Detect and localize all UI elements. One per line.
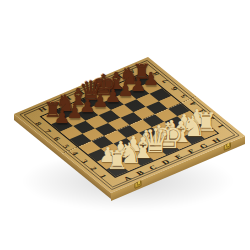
rank-label-5: 5 [61,144,71,149]
file-label-far-f: F [62,95,73,102]
file-label-h: H [211,137,223,145]
chess-set-photo: AABBCCDDEEFFGGHH1122334455667788 ♜♞♟♝♟♚♟… [0,0,250,250]
file-label-far-b: B [113,73,125,80]
rank-label-3: 3 [79,159,89,164]
rank-label-h-side-8: 8 [151,71,161,76]
file-label-a: A [122,175,133,182]
file-label-far-c: C [100,79,111,86]
file-label-d: D [160,159,172,166]
rank-label-8: 8 [33,121,43,126]
file-label-far-g: G [49,100,61,107]
rank-label-h-side-1: 1 [216,123,226,128]
rank-label-h-side-6: 6 [170,86,180,91]
rank-label-h-side-5: 5 [179,93,189,98]
file-label-far-e: E [75,89,86,96]
file-label-e: E [173,154,184,161]
file-label-far-h: H [36,105,48,113]
rank-label-7: 7 [43,129,53,134]
rank-label-h-side-7: 7 [160,78,170,83]
rank-label-h-side-2: 2 [206,116,216,121]
rank-label-h-side-3: 3 [197,108,207,113]
file-label-far-d: D [87,84,99,91]
rank-label-4: 4 [70,151,80,156]
file-label-f: F [186,148,197,155]
rank-label-6: 6 [52,136,62,141]
file-label-c: C [147,164,158,171]
file-label-g: G [198,143,210,150]
file-label-far-a: A [126,68,137,75]
rank-label-1: 1 [98,174,108,179]
rank-label-h-side-4: 4 [188,101,198,106]
rank-label-2: 2 [89,166,99,171]
file-label-b: B [135,170,147,177]
